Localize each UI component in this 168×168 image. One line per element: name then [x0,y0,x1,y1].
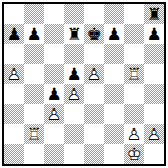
square-c7[interactable] [44,24,64,44]
square-b7[interactable]: ♟ [24,24,44,44]
square-d7[interactable]: ♜ [64,24,84,44]
square-b1[interactable] [24,144,44,164]
square-f8[interactable] [104,4,124,24]
square-a5[interactable]: ♟♙ [4,64,24,84]
square-h8[interactable]: ♜ [144,4,164,24]
white-pawn-c3[interactable]: ♙ [44,104,64,124]
square-g1[interactable]: ♚♔ [124,144,144,164]
square-e1[interactable] [84,144,104,164]
square-a8[interactable] [4,4,24,24]
square-g3[interactable] [124,104,144,124]
white-rook-fill-glyph: ♜ [24,124,44,144]
black-rook-h8[interactable]: ♜ [144,4,164,24]
square-b5[interactable] [24,64,44,84]
square-c6[interactable] [44,44,64,64]
square-d2[interactable] [64,124,84,144]
square-e2[interactable] [84,124,104,144]
square-b8[interactable] [24,4,44,24]
square-c3[interactable]: ♟♙ [44,104,64,124]
black-pawn-a7[interactable]: ♟ [4,24,24,44]
square-f4[interactable] [104,84,124,104]
square-f6[interactable] [104,44,124,64]
square-g7[interactable] [124,24,144,44]
square-c5[interactable] [44,64,64,84]
square-d5[interactable]: ♟ [64,64,84,84]
white-rook-b2[interactable]: ♖ [24,124,44,144]
black-pawn-f7[interactable]: ♟ [104,24,124,44]
white-king-g1[interactable]: ♔ [124,144,144,164]
square-a2[interactable] [4,124,24,144]
black-pawn-h7[interactable]: ♟ [144,24,164,44]
white-pawn-h2[interactable]: ♙ [144,124,164,144]
white-pawn-fill-glyph: ♟ [124,124,144,144]
square-d6[interactable] [64,44,84,64]
square-f2[interactable] [104,124,124,144]
square-d8[interactable] [64,4,84,24]
square-b6[interactable] [24,44,44,64]
square-b3[interactable] [24,104,44,124]
white-pawn-fill-glyph: ♟ [44,104,64,124]
square-a3[interactable] [4,104,24,124]
square-g5[interactable]: ♜♖ [124,64,144,84]
square-g2[interactable]: ♟♙ [124,124,144,144]
white-pawn-a5[interactable]: ♙ [4,64,24,84]
white-pawn-g2[interactable]: ♙ [124,124,144,144]
square-f5[interactable] [104,64,124,84]
black-pawn-d5[interactable]: ♟ [64,64,84,84]
square-a1[interactable] [4,144,24,164]
white-pawn-fill-glyph: ♟ [144,124,164,144]
square-g4[interactable] [124,84,144,104]
square-h5[interactable] [144,64,164,84]
white-pawn-fill-glyph: ♟ [64,84,84,104]
white-rook-fill-glyph: ♜ [124,64,144,84]
square-g6[interactable] [124,44,144,64]
white-pawn-fill-glyph: ♟ [4,64,24,84]
square-h4[interactable] [144,84,164,104]
chess-diagram: ♜♟♟♜♚♟♟♟♙♟♟♙♜♖♟♟♙♟♙♜♖♟♙♟♙♚♔ [0,0,168,168]
black-pawn-c4[interactable]: ♟ [44,84,64,104]
square-e3[interactable] [84,104,104,124]
square-e4[interactable] [84,84,104,104]
square-c2[interactable] [44,124,64,144]
square-d3[interactable] [64,104,84,124]
square-h6[interactable] [144,44,164,64]
chess-board: ♜♟♟♜♚♟♟♟♙♟♟♙♜♖♟♟♙♟♙♜♖♟♙♟♙♚♔ [4,4,164,164]
white-pawn-fill-glyph: ♟ [84,64,104,84]
white-rook-g5[interactable]: ♖ [124,64,144,84]
square-e8[interactable] [84,4,104,24]
square-a4[interactable] [4,84,24,104]
square-c1[interactable] [44,144,64,164]
white-pawn-e5[interactable]: ♙ [84,64,104,84]
square-b2[interactable]: ♜♖ [24,124,44,144]
black-king-e7[interactable]: ♚ [84,24,104,44]
square-c4[interactable]: ♟ [44,84,64,104]
square-d1[interactable] [64,144,84,164]
white-pawn-d4[interactable]: ♙ [64,84,84,104]
square-g8[interactable] [124,4,144,24]
square-e7[interactable]: ♚ [84,24,104,44]
square-h7[interactable]: ♟ [144,24,164,44]
black-rook-d7[interactable]: ♜ [64,24,84,44]
square-e6[interactable] [84,44,104,64]
square-d4[interactable]: ♟♙ [64,84,84,104]
square-f1[interactable] [104,144,124,164]
square-h2[interactable]: ♟♙ [144,124,164,144]
square-h1[interactable] [144,144,164,164]
square-b4[interactable] [24,84,44,104]
square-f7[interactable]: ♟ [104,24,124,44]
square-f3[interactable] [104,104,124,124]
square-e5[interactable]: ♟♙ [84,64,104,84]
square-h3[interactable] [144,104,164,124]
black-pawn-b7[interactable]: ♟ [24,24,44,44]
board-frame: ♜♟♟♜♚♟♟♟♙♟♟♙♜♖♟♟♙♟♙♜♖♟♙♟♙♚♔ [2,2,166,166]
white-king-fill-glyph: ♚ [124,144,144,164]
square-a7[interactable]: ♟ [4,24,24,44]
square-c8[interactable] [44,4,64,24]
square-a6[interactable] [4,44,24,64]
